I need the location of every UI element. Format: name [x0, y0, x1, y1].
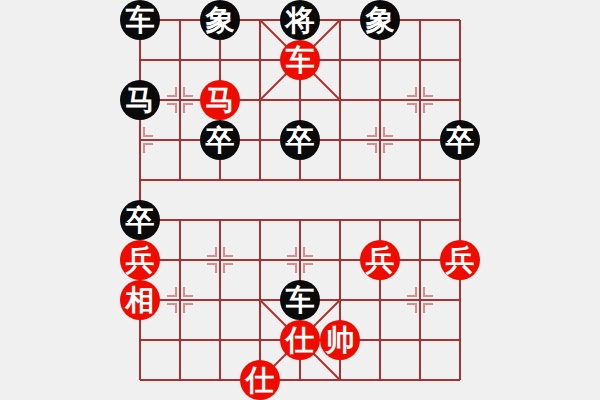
piece-black-chariot[interactable]: 车 [280, 280, 320, 320]
piece-black-general[interactable]: 将 [280, 0, 320, 40]
piece-black-soldier[interactable]: 卒 [200, 120, 240, 160]
piece-red-general[interactable]: 帅 [320, 320, 360, 360]
piece-black-soldier[interactable]: 卒 [440, 120, 480, 160]
piece-black-elephant[interactable]: 象 [200, 0, 240, 40]
piece-red-advisor[interactable]: 仕 [280, 320, 320, 360]
piece-red-chariot[interactable]: 车 [280, 40, 320, 80]
piece-red-soldier[interactable]: 兵 [120, 240, 160, 280]
piece-red-soldier[interactable]: 兵 [360, 240, 400, 280]
piece-red-advisor[interactable]: 仕 [240, 360, 280, 400]
piece-black-elephant[interactable]: 象 [360, 0, 400, 40]
xiangqi-board[interactable]: 车象将象车马马卒卒卒卒兵兵兵相车仕帅仕 [120, 0, 480, 400]
piece-red-elephant[interactable]: 相 [120, 280, 160, 320]
xiangqi-board-stage: 车象将象车马马卒卒卒卒兵兵兵相车仕帅仕 [0, 0, 600, 400]
piece-red-horse[interactable]: 马 [200, 80, 240, 120]
piece-black-chariot[interactable]: 车 [120, 0, 160, 40]
piece-red-soldier[interactable]: 兵 [440, 240, 480, 280]
piece-black-horse[interactable]: 马 [120, 80, 160, 120]
piece-black-soldier[interactable]: 卒 [280, 120, 320, 160]
piece-black-soldier[interactable]: 卒 [120, 200, 160, 240]
